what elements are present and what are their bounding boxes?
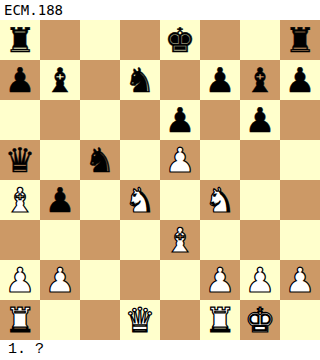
square-f7[interactable]: ♟ xyxy=(200,60,240,100)
black-knight-piece[interactable]: ♞ xyxy=(125,60,155,100)
chess-board: ♜♚♜♟♝♞♟♝♟♟♟♛♞♟♝♟♞♞♝♟♟♟♟♟♜♛♜♚ xyxy=(0,20,320,340)
square-a8[interactable]: ♜ xyxy=(0,20,40,60)
square-g1[interactable]: ♚ xyxy=(240,300,280,340)
square-c2[interactable] xyxy=(80,260,120,300)
white-queen-piece[interactable]: ♛ xyxy=(125,300,155,340)
square-h5[interactable] xyxy=(280,140,320,180)
black-pawn-piece[interactable]: ♟ xyxy=(245,100,275,140)
square-e4[interactable] xyxy=(160,180,200,220)
square-f1[interactable]: ♜ xyxy=(200,300,240,340)
square-a3[interactable] xyxy=(0,220,40,260)
square-h2[interactable]: ♟ xyxy=(280,260,320,300)
white-pawn-piece[interactable]: ♟ xyxy=(205,260,235,300)
black-queen-piece[interactable]: ♛ xyxy=(5,140,35,180)
square-c5[interactable]: ♞ xyxy=(80,140,120,180)
square-e1[interactable] xyxy=(160,300,200,340)
white-pawn-piece[interactable]: ♟ xyxy=(45,260,75,300)
square-c4[interactable] xyxy=(80,180,120,220)
square-b7[interactable]: ♝ xyxy=(40,60,80,100)
square-b6[interactable] xyxy=(40,100,80,140)
square-a6[interactable] xyxy=(0,100,40,140)
square-h6[interactable] xyxy=(280,100,320,140)
square-a5[interactable]: ♛ xyxy=(0,140,40,180)
square-a7[interactable]: ♟ xyxy=(0,60,40,100)
black-bishop-piece[interactable]: ♝ xyxy=(245,60,275,100)
white-knight-piece[interactable]: ♞ xyxy=(125,180,155,220)
square-b1[interactable] xyxy=(40,300,80,340)
white-pawn-piece[interactable]: ♟ xyxy=(5,260,35,300)
white-pawn-piece[interactable]: ♟ xyxy=(165,140,195,180)
square-b3[interactable] xyxy=(40,220,80,260)
square-d8[interactable] xyxy=(120,20,160,60)
square-d3[interactable] xyxy=(120,220,160,260)
black-pawn-piece[interactable]: ♟ xyxy=(205,60,235,100)
white-knight-piece[interactable]: ♞ xyxy=(205,180,235,220)
square-d1[interactable]: ♛ xyxy=(120,300,160,340)
square-g5[interactable] xyxy=(240,140,280,180)
white-bishop-piece[interactable]: ♝ xyxy=(165,220,195,260)
square-d7[interactable]: ♞ xyxy=(120,60,160,100)
square-e5[interactable]: ♟ xyxy=(160,140,200,180)
square-g4[interactable] xyxy=(240,180,280,220)
black-rook-piece[interactable]: ♜ xyxy=(5,20,35,60)
square-h8[interactable]: ♜ xyxy=(280,20,320,60)
white-pawn-piece[interactable]: ♟ xyxy=(245,260,275,300)
square-c6[interactable] xyxy=(80,100,120,140)
square-d2[interactable] xyxy=(120,260,160,300)
white-rook-piece[interactable]: ♜ xyxy=(205,300,235,340)
black-king-piece[interactable]: ♚ xyxy=(165,20,195,60)
white-rook-piece[interactable]: ♜ xyxy=(5,300,35,340)
square-a1[interactable]: ♜ xyxy=(0,300,40,340)
square-f6[interactable] xyxy=(200,100,240,140)
square-a4[interactable]: ♝ xyxy=(0,180,40,220)
square-h4[interactable] xyxy=(280,180,320,220)
white-pawn-piece[interactable]: ♟ xyxy=(285,260,315,300)
diagram-title: ECM.188 xyxy=(0,0,320,20)
square-b4[interactable]: ♟ xyxy=(40,180,80,220)
square-e6[interactable]: ♟ xyxy=(160,100,200,140)
black-pawn-piece[interactable]: ♟ xyxy=(285,60,315,100)
white-king-piece[interactable]: ♚ xyxy=(245,300,275,340)
square-b5[interactable] xyxy=(40,140,80,180)
white-bishop-piece[interactable]: ♝ xyxy=(5,180,35,220)
square-g3[interactable] xyxy=(240,220,280,260)
square-c7[interactable] xyxy=(80,60,120,100)
black-pawn-piece[interactable]: ♟ xyxy=(165,100,195,140)
square-f3[interactable] xyxy=(200,220,240,260)
square-c1[interactable] xyxy=(80,300,120,340)
square-e3[interactable]: ♝ xyxy=(160,220,200,260)
square-f8[interactable] xyxy=(200,20,240,60)
black-rook-piece[interactable]: ♜ xyxy=(285,20,315,60)
square-b2[interactable]: ♟ xyxy=(40,260,80,300)
move-prompt: 1. ? xyxy=(0,340,320,360)
square-d5[interactable] xyxy=(120,140,160,180)
square-g6[interactable]: ♟ xyxy=(240,100,280,140)
black-knight-piece[interactable]: ♞ xyxy=(85,140,115,180)
square-d4[interactable]: ♞ xyxy=(120,180,160,220)
square-a2[interactable]: ♟ xyxy=(0,260,40,300)
square-g7[interactable]: ♝ xyxy=(240,60,280,100)
square-c8[interactable] xyxy=(80,20,120,60)
square-f4[interactable]: ♞ xyxy=(200,180,240,220)
square-e2[interactable] xyxy=(160,260,200,300)
chess-diagram: ECM.188 ♜♚♜♟♝♞♟♝♟♟♟♛♞♟♝♟♞♞♝♟♟♟♟♟♜♛♜♚ 1. … xyxy=(0,0,320,360)
square-f5[interactable] xyxy=(200,140,240,180)
square-h3[interactable] xyxy=(280,220,320,260)
square-e8[interactable]: ♚ xyxy=(160,20,200,60)
square-f2[interactable]: ♟ xyxy=(200,260,240,300)
square-h1[interactable] xyxy=(280,300,320,340)
square-e7[interactable] xyxy=(160,60,200,100)
square-h7[interactable]: ♟ xyxy=(280,60,320,100)
black-pawn-piece[interactable]: ♟ xyxy=(45,180,75,220)
black-pawn-piece[interactable]: ♟ xyxy=(5,60,35,100)
square-g8[interactable] xyxy=(240,20,280,60)
square-d6[interactable] xyxy=(120,100,160,140)
square-g2[interactable]: ♟ xyxy=(240,260,280,300)
square-b8[interactable] xyxy=(40,20,80,60)
square-c3[interactable] xyxy=(80,220,120,260)
black-bishop-piece[interactable]: ♝ xyxy=(45,60,75,100)
